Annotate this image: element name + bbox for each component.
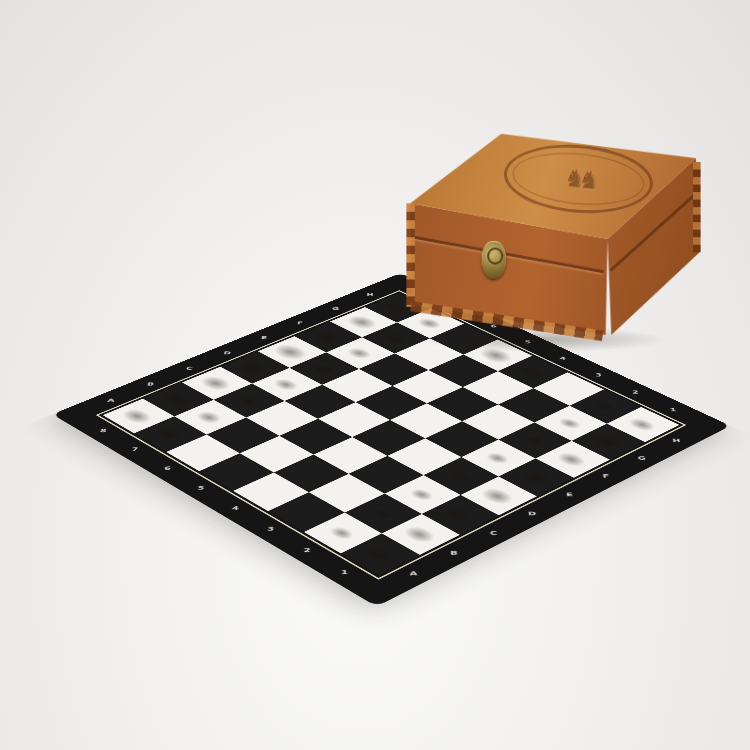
rank-label-8-afile-edge: 8 <box>99 428 106 433</box>
rank-label-1-afile-edge: 1 <box>341 569 348 575</box>
square-a5 <box>199 453 274 491</box>
rank-label-8-hfile-edge: 8 <box>425 293 431 297</box>
rank-label-6-afile-edge: 6 <box>164 466 171 471</box>
file-label-f-rank1-edge: F <box>603 473 610 478</box>
file-label-d-rank8-edge: D <box>224 351 232 355</box>
knight-carving-icon: ♞♞ <box>561 163 596 194</box>
file-label-h-rank1-edge: H <box>672 438 681 443</box>
file-label-g-rank8-edge: G <box>332 306 339 310</box>
light-knight-b1: ♞ <box>398 457 444 538</box>
square-c5 <box>279 419 352 455</box>
file-label-g-rank1-edge: G <box>638 455 646 460</box>
file-label-b-rank1-edge: B <box>451 550 459 556</box>
file-label-a-rank1-edge: A <box>410 570 418 576</box>
studio-backdrop: { "game": "chess", "scene": { "descripti… <box>0 0 750 750</box>
light-bishop-c1: ♝ <box>439 428 481 519</box>
board-3d-plane: ♞♞ HHGGFFEEDDCCBBAA8877665544332211 ♜♞♝♛… <box>52 273 730 607</box>
rank-label-7-afile-edge: 7 <box>131 447 138 452</box>
rank-label-1-hfile-edge: 1 <box>669 407 676 412</box>
file-label-h-rank8-edge: H <box>367 292 374 296</box>
rank-label-4-hfile-edge: 4 <box>559 356 566 360</box>
file-label-e-rank1-edge: E <box>566 492 573 497</box>
file-label-e-rank8-edge: E <box>261 336 267 340</box>
rank-label-5-hfile-edge: 5 <box>524 340 530 344</box>
rank-label-5-afile-edge: 5 <box>197 485 204 490</box>
light-queen-d1: ♛ <box>476 394 521 499</box>
light-knight-g1: ♞ <box>587 369 630 445</box>
file-label-c-rank1-edge: C <box>490 530 498 536</box>
light-pawn-a2: ♟ <box>323 472 362 537</box>
file-label-d-rank1-edge: D <box>528 511 537 517</box>
dark-pawn-a7: ♟ <box>148 360 193 438</box>
rank-label-7-hfile-edge: 7 <box>457 308 463 312</box>
rank-label-4-afile-edge: 4 <box>231 505 238 510</box>
square-a4 <box>233 473 309 512</box>
rank-label-3-afile-edge: 3 <box>267 526 274 532</box>
square-b5 <box>240 436 314 473</box>
file-label-a-rank8-edge: A <box>107 398 115 403</box>
light-rook-a1: ♜ <box>359 484 402 559</box>
square-b6 <box>207 418 280 454</box>
file-label-f-rank8-edge: F <box>298 321 304 325</box>
box-finger-joints-right <box>693 162 701 252</box>
rank-label-6-hfile-edge: 6 <box>490 324 496 328</box>
rank-label-2-afile-edge: 2 <box>303 547 310 553</box>
chess-scene: ♞♞ HHGGFFEEDDCCBBAA8877665544332211 ♜♞♝♛… <box>150 180 630 660</box>
